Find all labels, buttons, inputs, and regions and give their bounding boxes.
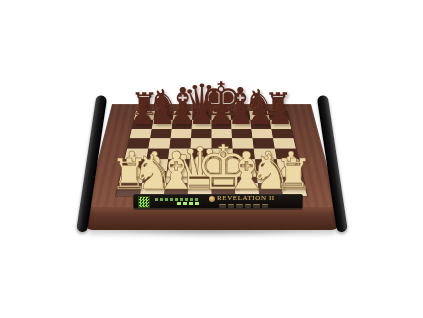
chess-computer-photo: REVELATION II ♜♞♝♛♚♝♞♜♟♟♟♟♟♟♟♟♟♟♟♟♟♟♟♟♜♞… bbox=[0, 0, 423, 318]
piece-black-pawn-h7[interactable]: ♟ bbox=[267, 100, 293, 129]
board-front-face bbox=[86, 206, 338, 230]
panel-button-6[interactable] bbox=[262, 204, 269, 209]
panel-button-5[interactable] bbox=[253, 204, 260, 209]
piece-white-rook-h1[interactable]: ♜ bbox=[275, 154, 313, 196]
